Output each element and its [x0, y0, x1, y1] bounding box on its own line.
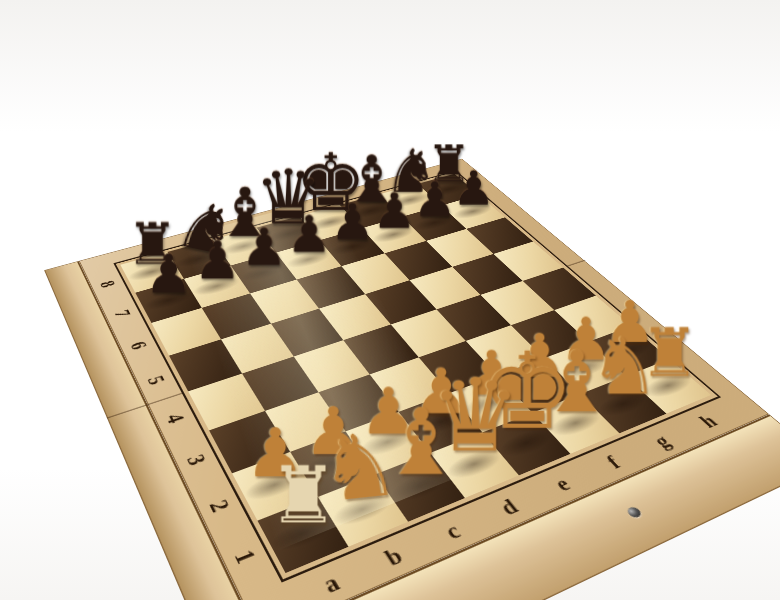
hinge-screw-icon [625, 506, 643, 519]
white-rook-a1: ♜ [227, 457, 379, 536]
chess-board: 87654321 abcdefgh ♜♞♝♛♚♝♞♜♟♟♟♟♟♟♟♟♟♟♟♟♟♟… [79, 159, 770, 600]
photo-background: 87654321 abcdefgh ♜♞♝♛♚♝♞♜♟♟♟♟♟♟♟♟♟♟♟♟♟♟… [0, 0, 780, 600]
rank-label-7: 7 [92, 297, 153, 331]
